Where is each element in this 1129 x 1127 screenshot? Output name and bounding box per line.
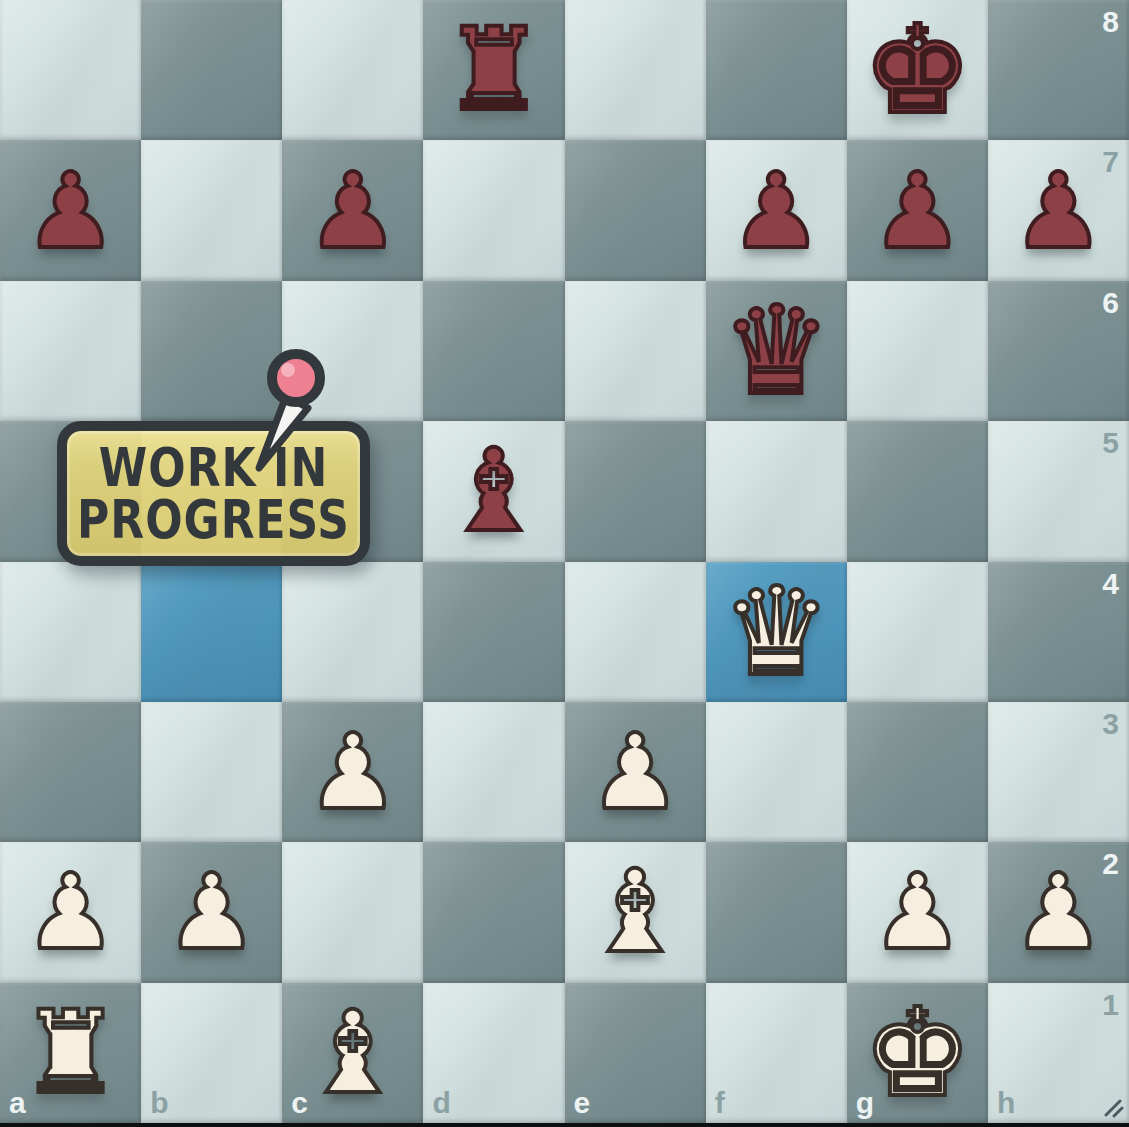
square-d8[interactable]: ♜ bbox=[423, 0, 564, 140]
square-e8[interactable] bbox=[565, 0, 706, 140]
square-g5[interactable] bbox=[847, 421, 988, 561]
file-label-e: e bbox=[574, 1086, 591, 1120]
file-label-c: c bbox=[291, 1086, 308, 1120]
file-label-a: a bbox=[9, 1086, 26, 1120]
square-a8[interactable] bbox=[0, 0, 141, 140]
square-f7[interactable]: ♟ bbox=[706, 140, 847, 280]
square-f8[interactable] bbox=[706, 0, 847, 140]
rank-label-7: 7 bbox=[1102, 145, 1119, 179]
square-h8[interactable]: 8 bbox=[988, 0, 1129, 140]
file-label-f: f bbox=[715, 1086, 725, 1120]
square-h4[interactable]: 4 bbox=[988, 562, 1129, 702]
square-e3[interactable]: ♟ bbox=[565, 702, 706, 842]
square-c3[interactable]: ♟ bbox=[282, 702, 423, 842]
black-pawn[interactable]: ♟ bbox=[706, 140, 847, 280]
rank-label-8: 8 bbox=[1102, 5, 1119, 39]
square-a6[interactable] bbox=[0, 281, 141, 421]
square-b2[interactable]: ♟ bbox=[141, 842, 282, 982]
square-h6[interactable]: 6 bbox=[988, 281, 1129, 421]
square-e2[interactable]: ♝ bbox=[565, 842, 706, 982]
black-pawn[interactable]: ♟ bbox=[0, 140, 141, 280]
chess-app: ♜♚8♟♟♟♟♟7♛6♝5♛4♟♟3♟♟♝♟♟2♜ab♝cdef♚g1h WOR… bbox=[0, 0, 1129, 1127]
square-a7[interactable]: ♟ bbox=[0, 140, 141, 280]
square-b4[interactable] bbox=[141, 562, 282, 702]
square-e7[interactable] bbox=[565, 140, 706, 280]
pushpin-icon bbox=[230, 336, 370, 486]
square-g3[interactable] bbox=[847, 702, 988, 842]
black-queen[interactable]: ♛ bbox=[706, 281, 847, 421]
square-a4[interactable] bbox=[0, 562, 141, 702]
square-b3[interactable] bbox=[141, 702, 282, 842]
file-label-g: g bbox=[856, 1086, 874, 1120]
square-g6[interactable] bbox=[847, 281, 988, 421]
square-g7[interactable]: ♟ bbox=[847, 140, 988, 280]
square-g8[interactable]: ♚ bbox=[847, 0, 988, 140]
square-b1[interactable]: b bbox=[141, 983, 282, 1123]
square-b8[interactable] bbox=[141, 0, 282, 140]
white-queen[interactable]: ♛ bbox=[706, 562, 847, 702]
square-f1[interactable]: f bbox=[706, 983, 847, 1123]
square-d1[interactable]: d bbox=[423, 983, 564, 1123]
square-g4[interactable] bbox=[847, 562, 988, 702]
file-label-h: h bbox=[997, 1086, 1015, 1120]
sign-text-line2: PROGRESS bbox=[77, 489, 350, 550]
rank-label-1: 1 bbox=[1102, 988, 1119, 1022]
square-f4[interactable]: ♛ bbox=[706, 562, 847, 702]
white-pawn[interactable]: ♟ bbox=[282, 702, 423, 842]
black-rook[interactable]: ♜ bbox=[423, 0, 564, 140]
square-a3[interactable] bbox=[0, 702, 141, 842]
square-d6[interactable] bbox=[423, 281, 564, 421]
rank-label-2: 2 bbox=[1102, 847, 1119, 881]
white-pawn[interactable]: ♟ bbox=[141, 842, 282, 982]
square-f3[interactable] bbox=[706, 702, 847, 842]
square-e6[interactable] bbox=[565, 281, 706, 421]
square-f6[interactable]: ♛ bbox=[706, 281, 847, 421]
resize-handle-icon[interactable] bbox=[1101, 1096, 1125, 1118]
square-g1[interactable]: ♚g bbox=[847, 983, 988, 1123]
square-e4[interactable] bbox=[565, 562, 706, 702]
square-h2[interactable]: ♟2 bbox=[988, 842, 1129, 982]
square-c4[interactable] bbox=[282, 562, 423, 702]
file-label-b: b bbox=[150, 1086, 168, 1120]
rank-label-5: 5 bbox=[1102, 426, 1119, 460]
file-label-d: d bbox=[432, 1086, 450, 1120]
square-c1[interactable]: ♝c bbox=[282, 983, 423, 1123]
square-d5[interactable]: ♝ bbox=[423, 421, 564, 561]
square-c2[interactable] bbox=[282, 842, 423, 982]
rank-label-3: 3 bbox=[1102, 707, 1119, 741]
square-a2[interactable]: ♟ bbox=[0, 842, 141, 982]
square-h7[interactable]: ♟7 bbox=[988, 140, 1129, 280]
square-e5[interactable] bbox=[565, 421, 706, 561]
square-a1[interactable]: ♜a bbox=[0, 983, 141, 1123]
square-d4[interactable] bbox=[423, 562, 564, 702]
square-f2[interactable] bbox=[706, 842, 847, 982]
square-d3[interactable] bbox=[423, 702, 564, 842]
black-pawn[interactable]: ♟ bbox=[282, 140, 423, 280]
rank-label-6: 6 bbox=[1102, 286, 1119, 320]
white-bishop[interactable]: ♝ bbox=[565, 842, 706, 982]
square-c8[interactable] bbox=[282, 0, 423, 140]
square-f5[interactable] bbox=[706, 421, 847, 561]
white-pawn[interactable]: ♟ bbox=[0, 842, 141, 982]
square-h3[interactable]: 3 bbox=[988, 702, 1129, 842]
square-d7[interactable] bbox=[423, 140, 564, 280]
white-pawn[interactable]: ♟ bbox=[565, 702, 706, 842]
rank-label-4: 4 bbox=[1102, 567, 1119, 601]
square-h5[interactable]: 5 bbox=[988, 421, 1129, 561]
square-d2[interactable] bbox=[423, 842, 564, 982]
square-b7[interactable] bbox=[141, 140, 282, 280]
black-bishop[interactable]: ♝ bbox=[423, 421, 564, 561]
square-c7[interactable]: ♟ bbox=[282, 140, 423, 280]
black-king[interactable]: ♚ bbox=[847, 0, 988, 140]
square-e1[interactable]: e bbox=[565, 983, 706, 1123]
black-pawn[interactable]: ♟ bbox=[847, 140, 988, 280]
white-pawn[interactable]: ♟ bbox=[847, 842, 988, 982]
square-g2[interactable]: ♟ bbox=[847, 842, 988, 982]
